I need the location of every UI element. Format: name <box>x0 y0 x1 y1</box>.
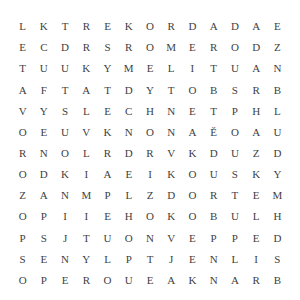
grid-cell-r5c7[interactable]: H <box>139 101 160 122</box>
grid-cell-r12c4[interactable]: Y <box>76 249 97 270</box>
grid-cell-r2c11[interactable]: O <box>224 37 245 58</box>
grid-cell-r11c1[interactable]: P <box>12 228 33 249</box>
grid-cell-r2c10[interactable]: R <box>203 37 224 58</box>
grid-cell-r5c12[interactable]: H <box>246 101 267 122</box>
grid-cell-r6c7[interactable]: O <box>139 122 160 143</box>
grid-cell-r11c8[interactable]: V <box>161 228 182 249</box>
grid-cell-r9c6[interactable]: L <box>118 185 139 206</box>
grid-cell-r12c9[interactable]: E <box>182 249 203 270</box>
grid-cell-r8c13[interactable]: Y <box>267 164 288 185</box>
grid-cell-r10c2[interactable]: P <box>33 206 54 227</box>
grid-cell-r13c8[interactable]: A <box>161 270 182 291</box>
grid-cell-r6c8[interactable]: N <box>161 122 182 143</box>
grid-cell-r6c2[interactable]: E <box>33 122 54 143</box>
grid-cell-r8c1[interactable]: O <box>12 164 33 185</box>
grid-cell-r4c8[interactable]: T <box>161 79 182 100</box>
grid-cell-r12c5[interactable]: L <box>97 249 118 270</box>
grid-cell-r6c6[interactable]: N <box>118 122 139 143</box>
grid-cell-r4c10[interactable]: B <box>203 79 224 100</box>
grid-cell-r7c4[interactable]: L <box>76 143 97 164</box>
grid-cell-r4c13[interactable]: B <box>267 79 288 100</box>
grid-cell-r3c12[interactable]: A <box>246 58 267 79</box>
grid-cell-r6c10[interactable]: Ě <box>203 122 224 143</box>
grid-cell-r5c9[interactable]: E <box>182 101 203 122</box>
grid-cell-r13c2[interactable]: P <box>33 270 54 291</box>
grid-cell-r5c11[interactable]: P <box>224 101 245 122</box>
grid-cell-r3c13[interactable]: N <box>267 58 288 79</box>
grid-cell-r6c4[interactable]: V <box>76 122 97 143</box>
grid-cell-r3c9[interactable]: I <box>182 58 203 79</box>
grid-cell-r4c7[interactable]: Y <box>139 79 160 100</box>
grid-cell-r7c13[interactable]: D <box>267 143 288 164</box>
grid-cell-r6c5[interactable]: K <box>97 122 118 143</box>
grid-cell-r11c9[interactable]: E <box>182 228 203 249</box>
grid-cell-r6c3[interactable]: U <box>54 122 75 143</box>
grid-cell-r5c2[interactable]: Y <box>33 101 54 122</box>
grid-cell-r9c13[interactable]: M <box>267 185 288 206</box>
grid-cell-r11c3[interactable]: J <box>54 228 75 249</box>
grid-cell-r1c13[interactable]: E <box>267 16 288 37</box>
grid-cell-r8c8[interactable]: K <box>161 164 182 185</box>
grid-cell-r12c7[interactable]: T <box>139 249 160 270</box>
grid-cell-r8c5[interactable]: A <box>97 164 118 185</box>
grid-cell-r12c2[interactable]: E <box>33 249 54 270</box>
grid-cell-r5c1[interactable]: V <box>12 101 33 122</box>
grid-cell-r2c2[interactable]: C <box>33 37 54 58</box>
grid-cell-r7c10[interactable]: D <box>203 143 224 164</box>
grid-cell-r12c8[interactable]: J <box>161 249 182 270</box>
grid-cell-r1c11[interactable]: D <box>224 16 245 37</box>
grid-cell-r5c5[interactable]: E <box>97 101 118 122</box>
grid-cell-r8c6[interactable]: E <box>118 164 139 185</box>
grid-cell-r13c6[interactable]: U <box>118 270 139 291</box>
grid-cell-r5c4[interactable]: L <box>76 101 97 122</box>
grid-cell-r8c3[interactable]: K <box>54 164 75 185</box>
grid-cell-r6c12[interactable]: A <box>246 122 267 143</box>
grid-cell-r7c11[interactable]: U <box>224 143 245 164</box>
grid-cell-r13c3[interactable]: E <box>54 270 75 291</box>
grid-cell-r12c12[interactable]: I <box>246 249 267 270</box>
grid-cell-r2c8[interactable]: M <box>161 37 182 58</box>
grid-cell-r3c4[interactable]: K <box>76 58 97 79</box>
grid-cell-r8c7[interactable]: I <box>139 164 160 185</box>
grid-cell-r11c6[interactable]: O <box>118 228 139 249</box>
grid-cell-r4c9[interactable]: O <box>182 79 203 100</box>
grid-cell-r11c10[interactable]: P <box>203 228 224 249</box>
grid-cell-r3c11[interactable]: U <box>224 58 245 79</box>
grid-cell-r4c6[interactable]: D <box>118 79 139 100</box>
grid-cell-r9c5[interactable]: P <box>97 185 118 206</box>
grid-cell-r4c2[interactable]: F <box>33 79 54 100</box>
grid-cell-r3c3[interactable]: U <box>54 58 75 79</box>
grid-cell-r1c8[interactable]: R <box>161 16 182 37</box>
grid-cell-r11c13[interactable]: D <box>267 228 288 249</box>
grid-cell-r10c9[interactable]: O <box>182 206 203 227</box>
grid-cell-r13c1[interactable]: O <box>12 270 33 291</box>
grid-cell-r2c1[interactable]: E <box>12 37 33 58</box>
grid-cell-r9c11[interactable]: T <box>224 185 245 206</box>
grid-cell-r4c11[interactable]: S <box>224 79 245 100</box>
grid-cell-r11c7[interactable]: N <box>139 228 160 249</box>
grid-cell-r1c4[interactable]: R <box>76 16 97 37</box>
grid-cell-r3c5[interactable]: Y <box>97 58 118 79</box>
grid-cell-r3c2[interactable]: U <box>33 58 54 79</box>
grid-cell-r11c5[interactable]: U <box>97 228 118 249</box>
grid-cell-r13c9[interactable]: K <box>182 270 203 291</box>
grid-cell-r7c6[interactable]: D <box>118 143 139 164</box>
grid-cell-r9c1[interactable]: Z <box>12 185 33 206</box>
grid-cell-r5c3[interactable]: S <box>54 101 75 122</box>
grid-cell-r8c2[interactable]: D <box>33 164 54 185</box>
grid-cell-r13c7[interactable]: E <box>139 270 160 291</box>
grid-cell-r5c6[interactable]: C <box>118 101 139 122</box>
grid-cell-r2c4[interactable]: R <box>76 37 97 58</box>
grid-cell-r6c13[interactable]: U <box>267 122 288 143</box>
grid-cell-r3c8[interactable]: L <box>161 58 182 79</box>
grid-cell-r7c5[interactable]: R <box>97 143 118 164</box>
grid-cell-r6c11[interactable]: O <box>224 122 245 143</box>
grid-cell-r7c8[interactable]: V <box>161 143 182 164</box>
grid-cell-r11c12[interactable]: E <box>246 228 267 249</box>
grid-cell-r10c13[interactable]: H <box>267 206 288 227</box>
grid-cell-r11c2[interactable]: S <box>33 228 54 249</box>
grid-cell-r4c1[interactable]: A <box>12 79 33 100</box>
grid-cell-r9c10[interactable]: R <box>203 185 224 206</box>
grid-cell-r12c6[interactable]: P <box>118 249 139 270</box>
grid-cell-r2c5[interactable]: S <box>97 37 118 58</box>
grid-cell-r2c9[interactable]: E <box>182 37 203 58</box>
grid-cell-r5c13[interactable]: L <box>267 101 288 122</box>
grid-cell-r13c4[interactable]: R <box>76 270 97 291</box>
grid-cell-r10c3[interactable]: I <box>54 206 75 227</box>
grid-cell-r2c7[interactable]: O <box>139 37 160 58</box>
grid-cell-r1c12[interactable]: A <box>246 16 267 37</box>
grid-cell-r10c6[interactable]: H <box>118 206 139 227</box>
grid-cell-r1c9[interactable]: D <box>182 16 203 37</box>
grid-cell-r5c8[interactable]: N <box>161 101 182 122</box>
grid-cell-r1c5[interactable]: E <box>97 16 118 37</box>
grid-cell-r9c4[interactable]: M <box>76 185 97 206</box>
grid-cell-r1c1[interactable]: L <box>12 16 33 37</box>
grid-cell-r1c10[interactable]: A <box>203 16 224 37</box>
grid-cell-r8c10[interactable]: U <box>203 164 224 185</box>
grid-cell-r10c11[interactable]: U <box>224 206 245 227</box>
grid-cell-r12c3[interactable]: N <box>54 249 75 270</box>
grid-cell-r10c8[interactable]: K <box>161 206 182 227</box>
word-search-grid: LKTREKORDADAEECDRSROMERODZTUUKYMELITUANA… <box>12 16 288 291</box>
grid-cell-r10c7[interactable]: O <box>139 206 160 227</box>
grid-cell-r4c3[interactable]: T <box>54 79 75 100</box>
grid-cell-r8c9[interactable]: O <box>182 164 203 185</box>
grid-cell-r11c11[interactable]: P <box>224 228 245 249</box>
grid-cell-r2c6[interactable]: R <box>118 37 139 58</box>
grid-cell-r1c7[interactable]: O <box>139 16 160 37</box>
grid-cell-r9c2[interactable]: A <box>33 185 54 206</box>
grid-cell-r8c4[interactable]: I <box>76 164 97 185</box>
grid-cell-r6c1[interactable]: O <box>12 122 33 143</box>
grid-cell-r4c4[interactable]: A <box>76 79 97 100</box>
grid-cell-r13c10[interactable]: N <box>203 270 224 291</box>
grid-cell-r12c13[interactable]: S <box>267 249 288 270</box>
grid-cell-r4c5[interactable]: T <box>97 79 118 100</box>
grid-cell-r9c12[interactable]: E <box>246 185 267 206</box>
grid-cell-r12c11[interactable]: L <box>224 249 245 270</box>
grid-cell-r6c9[interactable]: A <box>182 122 203 143</box>
grid-cell-r8c11[interactable]: S <box>224 164 245 185</box>
grid-cell-r13c11[interactable]: A <box>224 270 245 291</box>
grid-cell-r3c10[interactable]: T <box>203 58 224 79</box>
grid-cell-r10c5[interactable]: E <box>97 206 118 227</box>
grid-cell-r7c12[interactable]: Z <box>246 143 267 164</box>
grid-cell-r11c4[interactable]: T <box>76 228 97 249</box>
grid-cell-r3c6[interactable]: M <box>118 58 139 79</box>
grid-cell-r12c10[interactable]: N <box>203 249 224 270</box>
grid-cell-r1c3[interactable]: T <box>54 16 75 37</box>
grid-cell-r9c3[interactable]: N <box>54 185 75 206</box>
grid-cell-r7c9[interactable]: K <box>182 143 203 164</box>
grid-cell-r3c1[interactable]: T <box>12 58 33 79</box>
grid-cell-r7c3[interactable]: O <box>54 143 75 164</box>
grid-cell-r13c5[interactable]: O <box>97 270 118 291</box>
grid-cell-r13c13[interactable]: B <box>267 270 288 291</box>
grid-cell-r3c7[interactable]: E <box>139 58 160 79</box>
grid-cell-r4c12[interactable]: R <box>246 79 267 100</box>
grid-cell-r10c1[interactable]: O <box>12 206 33 227</box>
grid-cell-r10c10[interactable]: B <box>203 206 224 227</box>
grid-cell-r2c3[interactable]: D <box>54 37 75 58</box>
grid-cell-r9c8[interactable]: D <box>161 185 182 206</box>
grid-cell-r7c2[interactable]: N <box>33 143 54 164</box>
grid-cell-r7c1[interactable]: R <box>12 143 33 164</box>
grid-cell-r5c10[interactable]: T <box>203 101 224 122</box>
grid-cell-r2c13[interactable]: Z <box>267 37 288 58</box>
grid-cell-r1c6[interactable]: K <box>118 16 139 37</box>
grid-cell-r9c9[interactable]: O <box>182 185 203 206</box>
grid-cell-r10c4[interactable]: I <box>76 206 97 227</box>
grid-cell-r8c12[interactable]: K <box>246 164 267 185</box>
grid-cell-r13c12[interactable]: R <box>246 270 267 291</box>
grid-cell-r12c1[interactable]: S <box>12 249 33 270</box>
grid-cell-r9c7[interactable]: Z <box>139 185 160 206</box>
grid-cell-r2c12[interactable]: D <box>246 37 267 58</box>
grid-cell-r7c7[interactable]: R <box>139 143 160 164</box>
grid-cell-r10c12[interactable]: L <box>246 206 267 227</box>
grid-cell-r1c2[interactable]: K <box>33 16 54 37</box>
